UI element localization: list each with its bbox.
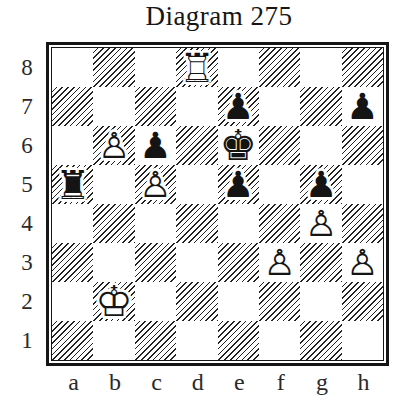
- rank-labels: 87654321: [14, 49, 40, 361]
- white-pawn-icon: ♟♙: [139, 167, 171, 203]
- white-pawn-icon: ♟♙: [346, 245, 378, 281]
- square-d6: [176, 126, 217, 165]
- square-b7: [93, 87, 134, 126]
- square-c7: [135, 87, 176, 126]
- square-f7: [259, 87, 300, 126]
- piece-glyph-over: ♙: [305, 203, 337, 244]
- diagram-title: Diagram 275: [48, 1, 390, 32]
- square-b6: ♟♙: [93, 126, 134, 165]
- square-d2: [176, 282, 217, 321]
- square-a2: [52, 282, 93, 321]
- square-a6: [52, 126, 93, 165]
- piece-glyph-over: ♔: [95, 277, 133, 326]
- square-c6: ♟♟: [135, 126, 176, 165]
- square-c8: [135, 48, 176, 87]
- rank-label-5: 5: [14, 166, 40, 205]
- file-label-b: b: [94, 369, 135, 397]
- black-pawn-icon: ♟♟: [222, 167, 254, 203]
- black-king-icon: ♚♚: [219, 125, 257, 167]
- white-pawn-icon: ♟♙: [264, 245, 296, 281]
- piece-glyph-over: ♟: [222, 164, 254, 205]
- square-f3: ♟♙: [259, 243, 300, 282]
- square-h8: [342, 48, 383, 87]
- square-a4: [52, 204, 93, 243]
- board-grid: ♜♖♟♟♟♟♟♙♟♟♚♚♜♜♟♙♟♟♟♟♟♙♟♙♟♙♚♔: [52, 48, 383, 360]
- square-d3: [176, 243, 217, 282]
- square-g1: [300, 321, 341, 360]
- square-c5: ♟♙: [135, 165, 176, 204]
- white-pawn-icon: ♟♙: [98, 128, 130, 164]
- square-a7: [52, 87, 93, 126]
- square-g3: [300, 243, 341, 282]
- square-g5: ♟♟: [300, 165, 341, 204]
- square-g8: [300, 48, 341, 87]
- square-e5: ♟♟: [218, 165, 259, 204]
- square-b5: [93, 165, 134, 204]
- piece-glyph-over: ♙: [264, 242, 296, 283]
- square-h5: [342, 165, 383, 204]
- square-b1: [93, 321, 134, 360]
- square-g4: ♟♙: [300, 204, 341, 243]
- square-e3: [218, 243, 259, 282]
- file-label-h: h: [343, 369, 384, 397]
- piece-glyph-over: ♚: [219, 121, 257, 170]
- piece-glyph-over: ♙: [346, 242, 378, 283]
- square-g6: [300, 126, 341, 165]
- square-d4: [176, 204, 217, 243]
- square-e4: [218, 204, 259, 243]
- chess-board: ♜♖♟♟♟♟♟♙♟♟♚♚♜♜♟♙♟♟♟♟♟♙♟♙♟♙♚♔: [46, 42, 389, 366]
- white-pawn-icon: ♟♙: [305, 206, 337, 242]
- square-h2: [342, 282, 383, 321]
- square-h6: [342, 126, 383, 165]
- file-label-a: a: [53, 369, 94, 397]
- square-h7: ♟♟: [342, 87, 383, 126]
- file-label-g: g: [301, 369, 342, 397]
- piece-glyph-over: ♟: [305, 164, 337, 205]
- square-d1: [176, 321, 217, 360]
- square-h1: [342, 321, 383, 360]
- black-pawn-icon: ♟♟: [222, 89, 254, 125]
- rank-label-6: 6: [14, 127, 40, 166]
- black-rook-icon: ♜♜: [55, 165, 91, 205]
- square-d8: ♜♖: [176, 48, 217, 87]
- file-labels: abcdefgh: [53, 369, 384, 397]
- square-e1: [218, 321, 259, 360]
- white-king-icon: ♚♔: [95, 281, 133, 323]
- piece-glyph-over: ♖: [179, 45, 215, 91]
- square-e6: ♚♚: [218, 126, 259, 165]
- square-e2: [218, 282, 259, 321]
- rank-label-2: 2: [14, 283, 40, 322]
- square-g7: [300, 87, 341, 126]
- file-label-f: f: [260, 369, 301, 397]
- black-pawn-icon: ♟♟: [139, 128, 171, 164]
- square-h4: [342, 204, 383, 243]
- square-f1: [259, 321, 300, 360]
- black-pawn-icon: ♟♟: [305, 167, 337, 203]
- square-e8: [218, 48, 259, 87]
- rank-label-8: 8: [14, 49, 40, 88]
- rank-label-1: 1: [14, 322, 40, 361]
- square-a1: [52, 321, 93, 360]
- square-b2: ♚♔: [93, 282, 134, 321]
- square-f2: [259, 282, 300, 321]
- square-c1: [135, 321, 176, 360]
- rank-label-4: 4: [14, 205, 40, 244]
- piece-glyph-over: ♟: [346, 86, 378, 127]
- square-d7: [176, 87, 217, 126]
- piece-glyph-over: ♜: [55, 162, 91, 208]
- file-label-c: c: [136, 369, 177, 397]
- square-c2: [135, 282, 176, 321]
- black-pawn-icon: ♟♟: [346, 89, 378, 125]
- file-label-d: d: [177, 369, 218, 397]
- square-g2: [300, 282, 341, 321]
- white-rook-icon: ♜♖: [179, 48, 215, 88]
- square-f4: [259, 204, 300, 243]
- square-d5: [176, 165, 217, 204]
- square-c4: [135, 204, 176, 243]
- piece-glyph-over: ♙: [139, 164, 171, 205]
- square-f5: [259, 165, 300, 204]
- square-b8: [93, 48, 134, 87]
- board-inner-border: ♜♖♟♟♟♟♟♙♟♟♚♚♜♜♟♙♟♟♟♟♟♙♟♙♟♙♚♔: [51, 47, 384, 361]
- square-f6: [259, 126, 300, 165]
- square-a8: [52, 48, 93, 87]
- square-a5: ♜♜: [52, 165, 93, 204]
- square-b4: [93, 204, 134, 243]
- piece-glyph-over: ♙: [98, 125, 130, 166]
- rank-label-7: 7: [14, 88, 40, 127]
- piece-glyph-over: ♟: [139, 125, 171, 166]
- square-f8: [259, 48, 300, 87]
- square-a3: [52, 243, 93, 282]
- square-h3: ♟♙: [342, 243, 383, 282]
- file-label-e: e: [219, 369, 260, 397]
- square-c3: [135, 243, 176, 282]
- rank-label-3: 3: [14, 244, 40, 283]
